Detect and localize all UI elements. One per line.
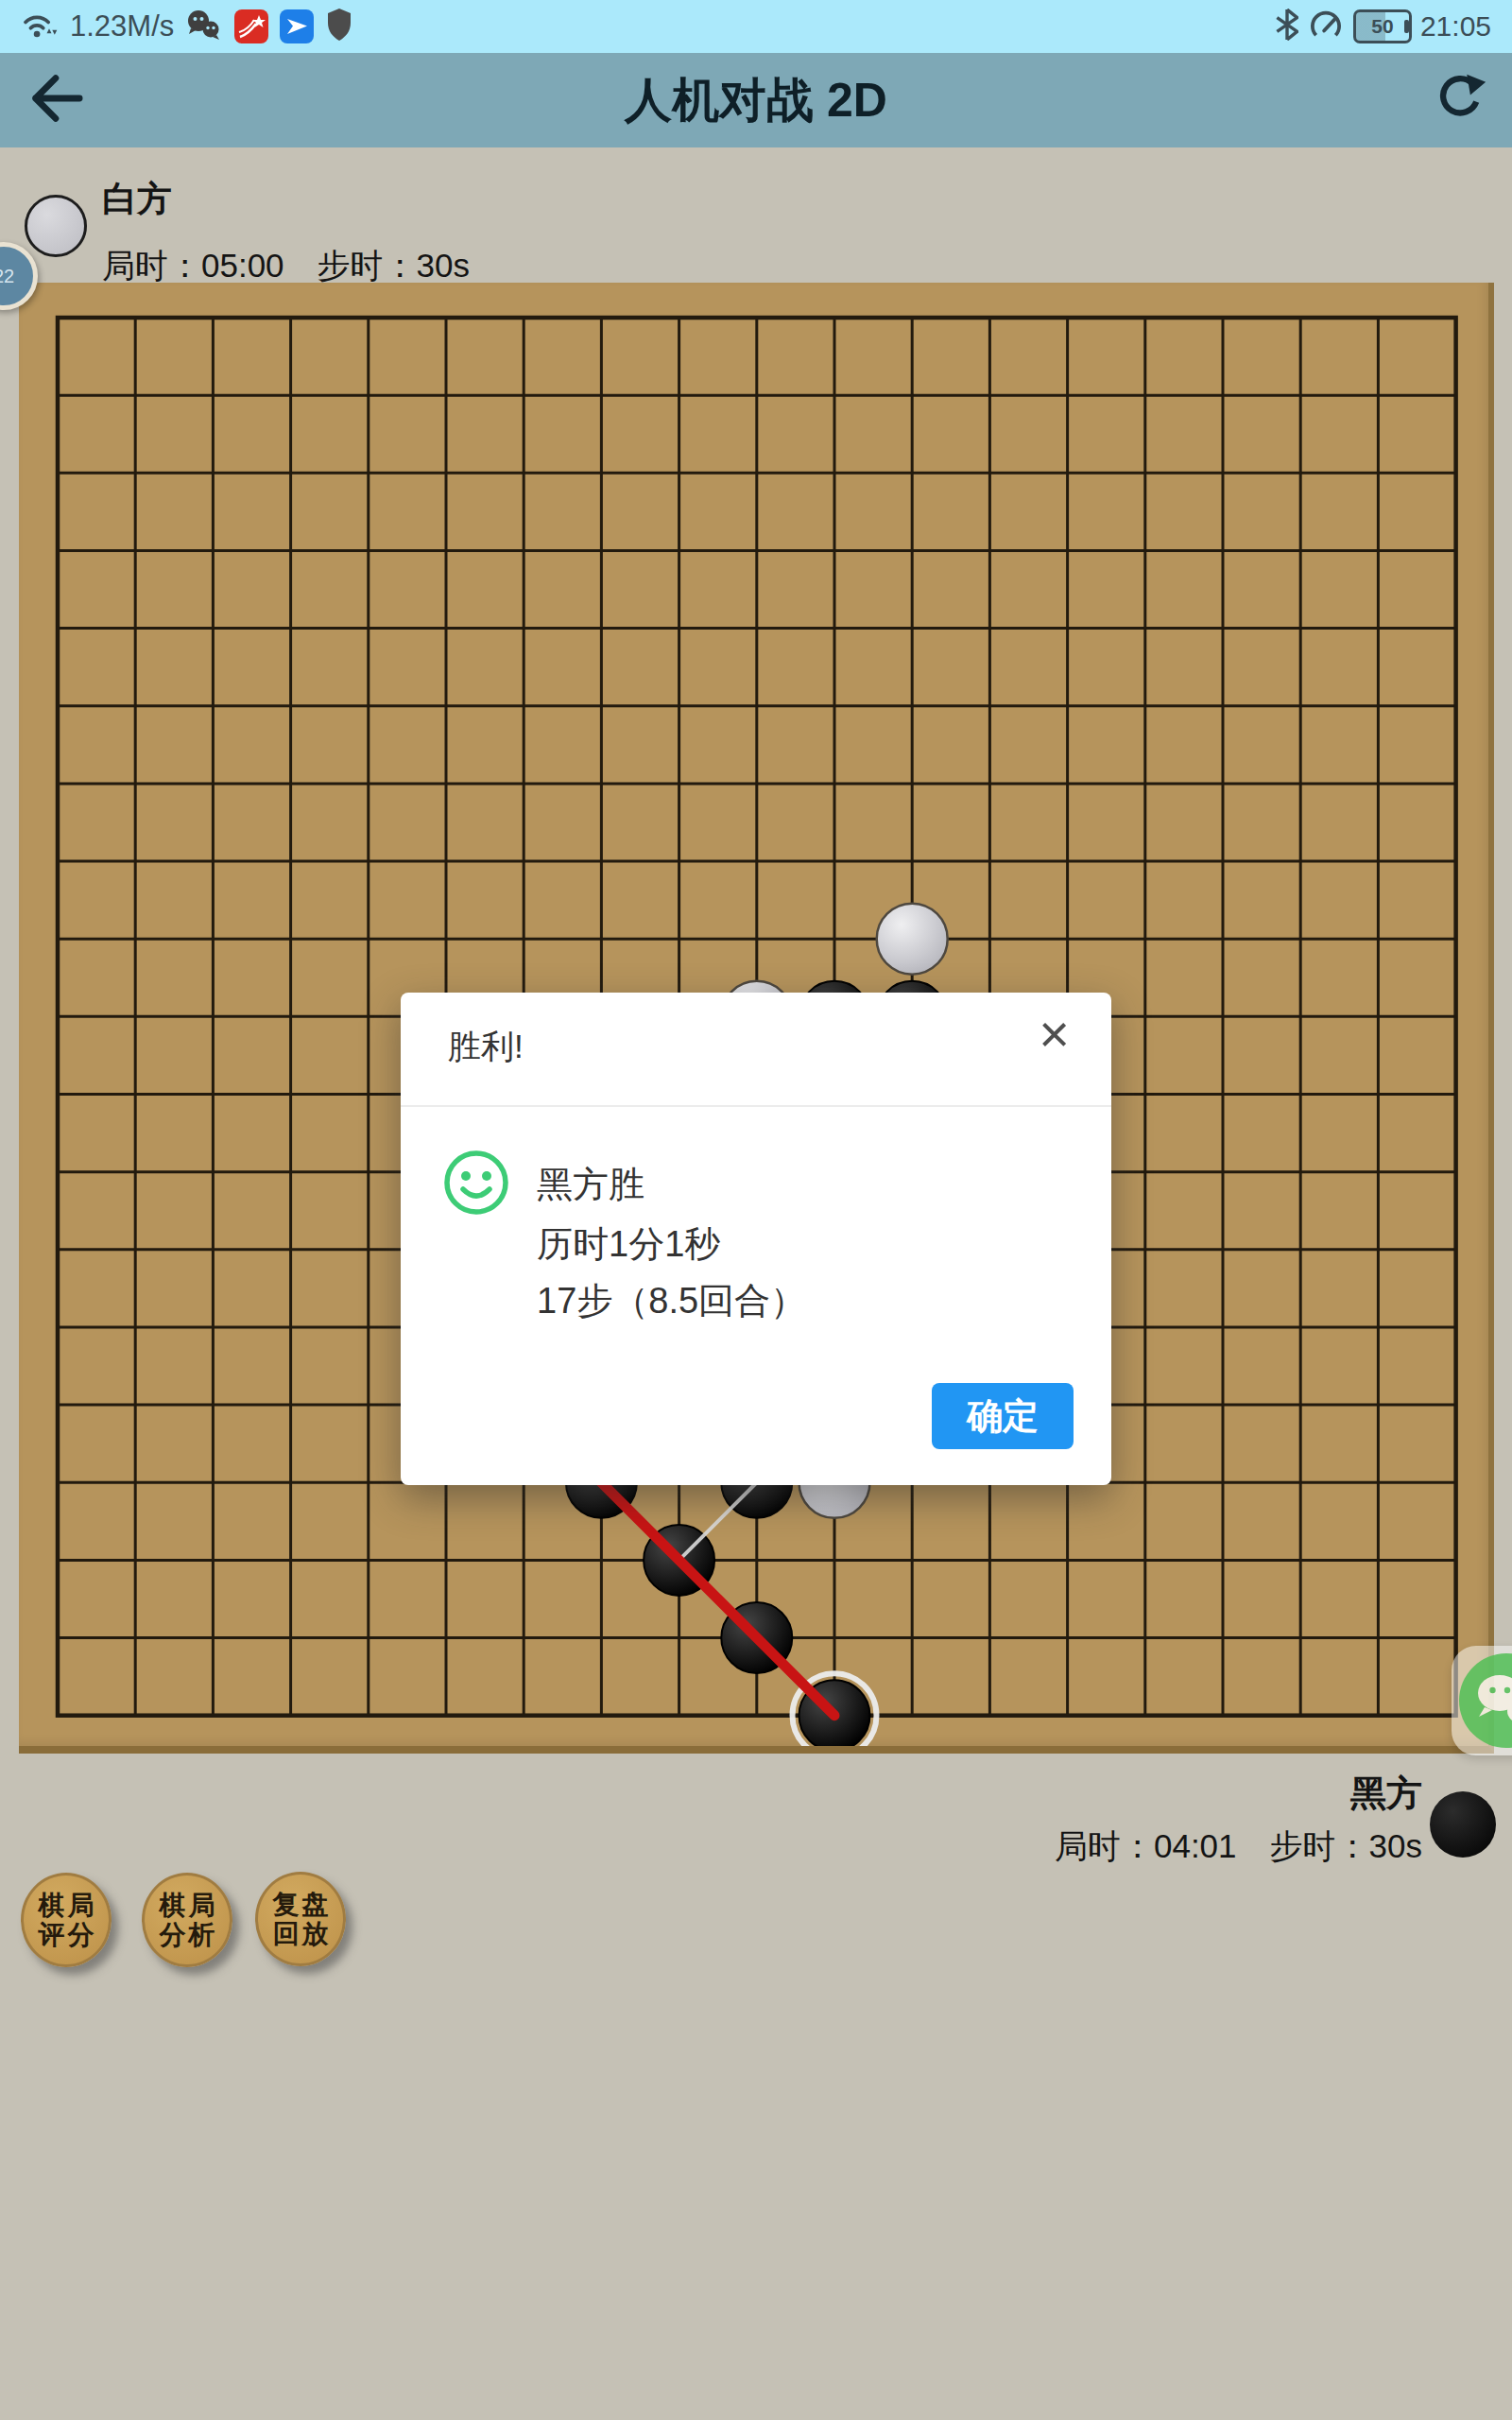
sail-app-icon [280, 9, 314, 43]
white-player-name: 白方 [102, 176, 172, 223]
dialog-duration: 历时1分1秒 [537, 1220, 720, 1269]
battery-indicator: 50 [1353, 9, 1409, 43]
dialog-title: 胜利! [448, 1025, 524, 1069]
wechat-float-button[interactable] [1452, 1646, 1512, 1755]
wechat-status-icon [185, 8, 223, 45]
refresh-button[interactable] [1433, 71, 1487, 130]
game-score-label-2: 评分 [36, 1920, 97, 1949]
back-button[interactable] [25, 69, 83, 131]
screen: 1.23M/s [0, 0, 1512, 2420]
page-title: 人机对战 2D [0, 69, 1512, 132]
floating-badge-text: 22 [0, 266, 14, 287]
dialog-divider [401, 1105, 1111, 1107]
white-stone-c11r8 [877, 904, 948, 975]
game-analysis-button[interactable]: 棋局 分析 [142, 1873, 232, 1967]
close-icon[interactable]: × [1039, 1008, 1070, 1061]
study-app-icon [234, 9, 268, 43]
header: 人机对战 2D [0, 53, 1512, 147]
game-score-button[interactable]: 棋局 评分 [21, 1873, 112, 1967]
black-player-name: 黑方 [1350, 1770, 1422, 1818]
game-score-label-1: 棋局 [36, 1891, 97, 1920]
white-player-clock: 局时：05:00 步时：30s [102, 244, 470, 288]
replay-label-1: 复盘 [270, 1890, 332, 1919]
gauge-icon [1310, 9, 1342, 43]
status-bar: 1.23M/s [0, 0, 1512, 53]
black-player-clock: 局时：04:01 步时：30s [1055, 1824, 1422, 1869]
clock-time: 21:05 [1420, 10, 1491, 43]
shield-icon [325, 8, 353, 45]
confirm-button[interactable]: 确定 [932, 1383, 1074, 1449]
bluetooth-icon [1276, 9, 1298, 44]
wechat-icon [1459, 1653, 1512, 1748]
white-player-avatar [25, 195, 87, 257]
replay-label-2: 回放 [270, 1919, 332, 1948]
black-player-avatar [1430, 1791, 1496, 1858]
smiley-icon [443, 1149, 509, 1219]
dialog-result: 黑方胜 [537, 1161, 644, 1209]
network-speed: 1.23M/s [70, 9, 174, 43]
replay-button[interactable]: 复盘 回放 [255, 1872, 346, 1966]
game-analysis-label-1: 棋局 [157, 1891, 218, 1920]
dialog-moves: 17步（8.5回合） [537, 1277, 806, 1325]
wifi-icon [21, 8, 59, 45]
game-analysis-label-2: 分析 [157, 1920, 218, 1949]
battery-level: 50 [1371, 15, 1393, 38]
victory-dialog: 胜利! × 黑方胜 历时1分1秒 17步（8.5回合） 确定 [401, 993, 1111, 1485]
